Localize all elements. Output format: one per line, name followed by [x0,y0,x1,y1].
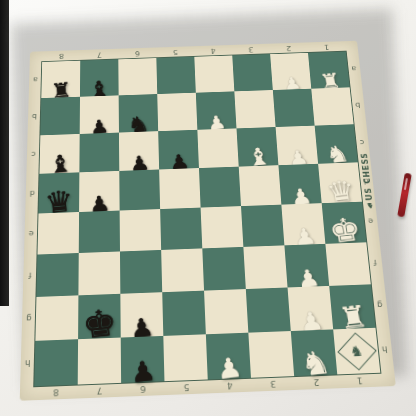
table-edge [0,0,9,306]
board-square-g8 [35,295,78,340]
board-square-b8 [40,97,80,136]
rank-label-3: 3 [232,45,270,54]
chess-board: ♜♝♟♜♟♞♟♝♟♟♝♟♞♛♟♟♛♟♚♟♚♟♟♜♟♟♞♞ [34,52,380,387]
rank-label-7: 7 [78,385,122,397]
board-square-c7 [79,133,119,173]
board-square-f5 [161,248,204,292]
board-square-f7 [78,251,120,295]
file-label-a: a [30,62,42,98]
file-label-c: c [27,135,39,174]
board-square-c8: ♝ [39,134,79,174]
board-square-c2: ♟ [276,126,319,166]
board-square-h2: ♞ [291,329,337,376]
rank-label-8: 8 [34,387,78,399]
board-square-h3 [248,331,294,378]
board-square-c4 [197,128,238,168]
board-square-e8 [37,212,79,255]
board-square-b4: ♟ [196,91,237,129]
board-square-g4 [204,289,248,334]
rank-label-5: 5 [165,381,209,393]
board-square-e2: ♟ [281,203,325,245]
rank-label-6: 6 [118,49,156,58]
photo-scene: 87654321 87654321 abcdefgh abcdefgh ♞ US… [0,0,416,416]
board-square-c1: ♞ [315,124,358,164]
board-square-d2: ♟ [278,164,321,205]
board-square-b5 [157,93,197,131]
board-square-a2: ♟ [270,53,311,90]
board-square-h4: ♟ [206,333,251,380]
rank-label-1: 1 [307,43,345,52]
file-label-e: e [25,214,38,255]
us-chess-logo: ♞ [337,332,376,370]
rank-label-3: 3 [251,378,295,390]
board-square-f8 [36,253,78,297]
board-square-d7: ♟ [79,171,120,212]
board-square-d4 [199,167,241,208]
board-square-f3 [243,245,287,289]
board-square-e6 [120,209,162,251]
board-square-d8: ♛ [38,172,79,213]
knight-icon: ♞ [365,201,375,211]
board-square-g7: ♚ [78,294,121,339]
board-square-c3: ♝ [236,127,278,167]
board-square-a5 [156,57,195,94]
rank-label-2: 2 [294,376,338,387]
knight-icon: ♞ [349,343,364,358]
board-square-d1: ♛ [318,162,362,203]
board-square-a1: ♜ [308,52,350,89]
rank-label-4: 4 [194,46,232,55]
chess-mat: 87654321 87654321 abcdefgh abcdefgh ♞ US… [20,41,396,401]
board-square-g2: ♟ [288,286,334,331]
board-square-f2: ♟ [284,244,329,288]
board-square-d6 [119,169,160,210]
board-square-d5 [159,168,200,209]
board-square-d3 [239,165,282,206]
board-square-g3 [246,287,291,332]
board-square-g1: ♜ [329,284,375,329]
rank-label-1: 1 [337,375,381,386]
board-square-g6: ♟ [120,292,163,337]
board-square-b7: ♟ [80,95,119,134]
rank-label-4: 4 [208,380,252,392]
rank-label-7: 7 [80,50,118,59]
board-square-f6 [120,250,162,294]
board-square-a8: ♜ [41,61,80,98]
board-square-g5 [162,291,206,336]
board-square-e4 [201,206,244,248]
file-label-b: b [28,98,40,136]
rank-label-8: 8 [42,52,80,61]
file-label-f: f [24,255,37,298]
board-square-h6: ♟ [121,336,165,383]
board-square-h7 [78,338,121,385]
file-label-d: d [26,174,38,214]
board-square-h5 [163,334,207,381]
board-square-e5 [160,208,202,250]
file-label-g: g [22,297,35,341]
board-square-b1 [311,87,353,125]
board-square-f4 [202,247,246,291]
board-square-a6 [118,58,157,95]
board-square-e3 [241,205,284,247]
board-square-b3 [234,90,275,128]
board-square-f1 [325,242,370,286]
rank-label-6: 6 [121,383,165,395]
board-square-a7: ♝ [80,59,119,96]
board-square-a3 [232,54,273,91]
rank-label-5: 5 [156,48,194,57]
board-square-h8 [34,339,78,386]
file-label-h: h [21,341,34,387]
board-square-h1: ♞ [333,328,380,375]
board-square-c5: ♟ [158,130,199,170]
board-square-b6: ♞ [119,94,159,133]
board-square-e1: ♚ [322,202,367,244]
board-square-b2 [273,89,315,127]
rank-label-2: 2 [269,44,307,53]
board-square-c6: ♟ [119,131,159,171]
board-square-e7 [79,211,120,253]
board-square-a4 [194,55,234,92]
